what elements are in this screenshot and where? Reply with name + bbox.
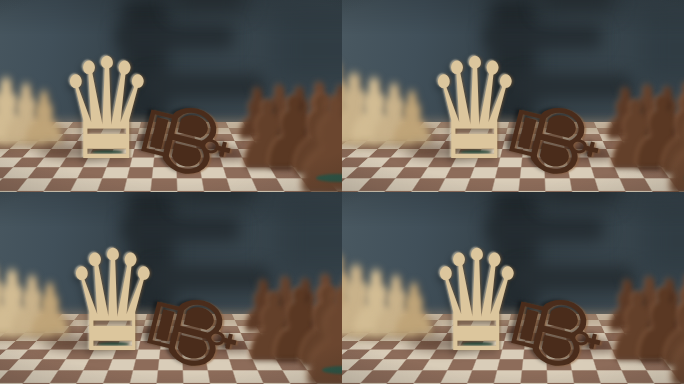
- frame-3: ♟ ♟ ♟ ♟ ♟ ♟ ♟ ♟ ♟ ♟ ♟ ♚ ♛ ♟ ♟ ♟ ♟: [0, 192, 342, 384]
- white-queen-icon: ♛: [426, 40, 524, 180]
- shelf-shape: [178, 192, 252, 204]
- chess-scene: ♟ ♟ ♟ ♟ ♟ ♟ ♟ ♟ ♟ ♟ ♟ ♚ ♛ ♟ ♟ ♟ ♟: [0, 0, 342, 192]
- frame-2: ♟ ♟ ♟ ♟ ♟ ♟ ♟ ♟ ♟ ♟ ♟ ♚ ♛ ♟ ♟ ♟ ♟: [342, 0, 684, 192]
- shelf-shape: [172, 0, 246, 12]
- white-queen-icon: ♛: [58, 40, 156, 180]
- chess-scene: ♟ ♟ ♟ ♟ ♟ ♟ ♟ ♟ ♟ ♟ ♟ ♚ ♛ ♟ ♟ ♟ ♟: [6, 192, 342, 384]
- frame-1: ♟ ♟ ♟ ♟ ♟ ♟ ♟ ♟ ♟ ♟ ♟ ♚ ♛ ♟ ♟ ♟ ♟: [0, 0, 342, 192]
- black-pawn-icon: ♟: [654, 80, 684, 192]
- chess-scene: ♟ ♟ ♟ ♟ ♟ ♟ ♟ ♟ ♟ ♟ ♟ ♚ ♛ ♟ ♟ ♟ ♟: [370, 192, 684, 384]
- chess-scene: ♟ ♟ ♟ ♟ ♟ ♟ ♟ ♟ ♟ ♟ ♟ ♚ ♛ ♟ ♟ ♟ ♟: [368, 0, 684, 192]
- white-queen-icon: ♛: [428, 232, 526, 372]
- storyboard-grid: ♟ ♟ ♟ ♟ ♟ ♟ ♟ ♟ ♟ ♟ ♟ ♚ ♛ ♟ ♟ ♟ ♟: [0, 0, 684, 384]
- shelf-shape: [542, 192, 616, 204]
- shelf-shape: [540, 0, 614, 12]
- black-pawn-icon: ♟: [656, 272, 684, 384]
- frame-4: ♟ ♟ ♟ ♟ ♟ ♟ ♟ ♟ ♟ ♟ ♟ ♚ ♛ ♟ ♟ ♟ ♟: [342, 192, 684, 384]
- white-queen-icon: ♛: [64, 232, 162, 372]
